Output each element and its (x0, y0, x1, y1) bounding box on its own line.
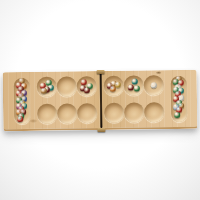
pit-top-3-hollow (77, 76, 97, 96)
bead-white[interactable] (151, 82, 157, 88)
bead-red[interactable] (17, 116, 23, 122)
pit-top-5-hollow (124, 76, 144, 96)
store-right[interactable] (164, 72, 195, 125)
store-left[interactable] (7, 74, 38, 127)
pit-bottom-4[interactable] (104, 99, 124, 126)
bead-amber[interactable] (41, 88, 47, 94)
pit-top-4-hollow (104, 76, 124, 96)
pit-bottom-3[interactable] (77, 100, 97, 127)
bead-teal[interactable] (132, 79, 138, 85)
board-grid (7, 72, 194, 128)
pit-top-1-hollow (37, 77, 57, 97)
pit-bottom-6-hollow (144, 102, 164, 122)
bead-orange[interactable] (110, 86, 116, 92)
bead-green[interactable] (134, 85, 140, 91)
pit-bottom-2-hollow (57, 103, 77, 123)
hinge-metal-bottom (97, 128, 105, 132)
pit-bottom-5-hollow (124, 102, 144, 122)
mancala-board (3, 70, 198, 132)
pit-bottom-1-hollow (37, 103, 57, 123)
pit-top-3[interactable] (77, 73, 97, 100)
pit-bottom-3-hollow (77, 103, 97, 123)
pit-top-1[interactable] (37, 74, 57, 101)
pit-bottom-5[interactable] (124, 99, 144, 126)
pit-top-4[interactable] (104, 73, 124, 100)
hinge-gap-line (99, 71, 102, 128)
bead-maroon[interactable] (84, 87, 90, 93)
pit-bottom-1[interactable] (37, 100, 57, 127)
pit-top-6-hollow (144, 75, 164, 95)
pit-bottom-6[interactable] (144, 99, 164, 126)
store-right-trough (171, 75, 188, 121)
pit-top-2-hollow (57, 77, 77, 97)
pit-top-2[interactable] (57, 73, 77, 100)
pit-top-5[interactable] (124, 72, 144, 99)
bead-green[interactable] (175, 111, 181, 117)
store-left-trough (14, 77, 31, 123)
pit-top-6[interactable] (144, 72, 164, 99)
product-photo-scene (0, 0, 200, 200)
pit-bottom-2[interactable] (57, 100, 77, 127)
pit-bottom-4-hollow (104, 102, 124, 122)
